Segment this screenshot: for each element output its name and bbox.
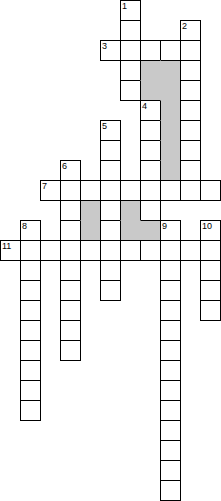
cell-3-10[interactable] (60, 200, 81, 221)
cell-5-13[interactable] (100, 260, 121, 281)
cell-3-9[interactable] (60, 180, 81, 201)
cell-8-17[interactable] (160, 340, 181, 361)
clue-number-2: 2 (182, 22, 187, 31)
cell-7-6[interactable] (140, 120, 161, 141)
cell-9-2[interactable] (180, 40, 201, 61)
cell-8-12[interactable] (160, 240, 181, 261)
cell-3-17[interactable] (60, 340, 81, 361)
cell-5-8[interactable] (100, 160, 121, 181)
blocked-cell-6-11 (120, 220, 141, 241)
blocked-cell-8-8 (160, 160, 181, 181)
cell-7-12[interactable] (140, 240, 161, 261)
cell-10-12[interactable] (200, 240, 221, 261)
cell-5-10[interactable] (100, 200, 121, 221)
cell-9-6[interactable] (180, 120, 201, 141)
blocked-cell-8-7 (160, 140, 181, 161)
cell-10-9[interactable] (200, 180, 221, 201)
blocked-cell-4-11 (80, 220, 101, 241)
cell-7-8[interactable] (140, 160, 161, 181)
cell-3-16[interactable] (60, 320, 81, 341)
cell-1-15[interactable] (20, 300, 41, 321)
cell-8-9[interactable] (160, 180, 181, 201)
cell-8-15[interactable] (160, 300, 181, 321)
cell-6-9[interactable] (120, 180, 141, 201)
blocked-cell-7-4 (140, 80, 161, 101)
blocked-cell-7-3 (140, 60, 161, 81)
clue-number-11: 11 (2, 242, 11, 251)
cell-8-22[interactable] (160, 440, 181, 461)
cell-5-12[interactable] (100, 240, 121, 261)
cell-6-4[interactable] (120, 80, 141, 101)
cell-1-14[interactable] (20, 280, 41, 301)
clue-number-5: 5 (102, 122, 107, 131)
cell-5-9[interactable] (100, 180, 121, 201)
blocked-cell-8-6 (160, 120, 181, 141)
blocked-cell-4-10 (80, 200, 101, 221)
cell-10-15[interactable] (200, 300, 221, 321)
cell-8-18[interactable] (160, 360, 181, 381)
cell-9-5[interactable] (180, 100, 201, 121)
cell-9-3[interactable] (180, 60, 201, 81)
cell-3-14[interactable] (60, 280, 81, 301)
cell-9-4[interactable] (180, 80, 201, 101)
cell-4-9[interactable] (80, 180, 101, 201)
cell-8-13[interactable] (160, 260, 181, 281)
cell-10-14[interactable] (200, 280, 221, 301)
cell-8-19[interactable] (160, 380, 181, 401)
cell-8-20[interactable] (160, 400, 181, 421)
clue-number-6: 6 (62, 162, 67, 171)
cell-8-14[interactable] (160, 280, 181, 301)
cell-10-13[interactable] (200, 260, 221, 281)
cell-5-11[interactable] (100, 220, 121, 241)
blocked-cell-7-11 (140, 220, 161, 241)
blocked-cell-8-4 (160, 80, 181, 101)
clue-number-8: 8 (22, 222, 27, 231)
cell-1-18[interactable] (20, 360, 41, 381)
cell-9-9[interactable] (180, 180, 201, 201)
cell-1-19[interactable] (20, 380, 41, 401)
crossword-board: 1234567891011 (0, 0, 221, 501)
clue-number-7: 7 (42, 182, 47, 191)
cell-9-7[interactable] (180, 140, 201, 161)
cell-9-8[interactable] (180, 160, 201, 181)
cell-8-24[interactable] (160, 480, 181, 501)
cell-1-12[interactable] (20, 240, 41, 261)
cell-8-16[interactable] (160, 320, 181, 341)
cell-9-12[interactable] (180, 240, 201, 261)
cell-3-11[interactable] (60, 220, 81, 241)
cell-7-7[interactable] (140, 140, 161, 161)
clue-number-3: 3 (102, 42, 107, 51)
cell-7-10[interactable] (140, 200, 161, 221)
blocked-cell-8-5 (160, 100, 181, 121)
cell-6-12[interactable] (120, 240, 141, 261)
cell-8-2[interactable] (160, 40, 181, 61)
cell-3-12[interactable] (60, 240, 81, 261)
clue-number-9: 9 (162, 222, 167, 231)
clue-number-1: 1 (122, 2, 127, 11)
cell-7-9[interactable] (140, 180, 161, 201)
cell-2-12[interactable] (40, 240, 61, 261)
cell-3-13[interactable] (60, 260, 81, 281)
clue-number-10: 10 (202, 222, 212, 231)
cell-3-15[interactable] (60, 300, 81, 321)
cell-4-12[interactable] (80, 240, 101, 261)
cell-7-2[interactable] (140, 40, 161, 61)
cell-8-23[interactable] (160, 460, 181, 481)
cell-6-3[interactable] (120, 60, 141, 81)
cell-6-1[interactable] (120, 20, 141, 41)
cell-1-20[interactable] (20, 400, 41, 421)
blocked-cell-6-10 (120, 200, 141, 221)
cell-8-21[interactable] (160, 420, 181, 441)
blocked-cell-8-3 (160, 60, 181, 81)
clue-number-4: 4 (142, 102, 147, 111)
cell-5-7[interactable] (100, 140, 121, 161)
cell-1-16[interactable] (20, 320, 41, 341)
cell-1-17[interactable] (20, 340, 41, 361)
cell-5-14[interactable] (100, 280, 121, 301)
cell-6-2[interactable] (120, 40, 141, 61)
cell-1-13[interactable] (20, 260, 41, 281)
